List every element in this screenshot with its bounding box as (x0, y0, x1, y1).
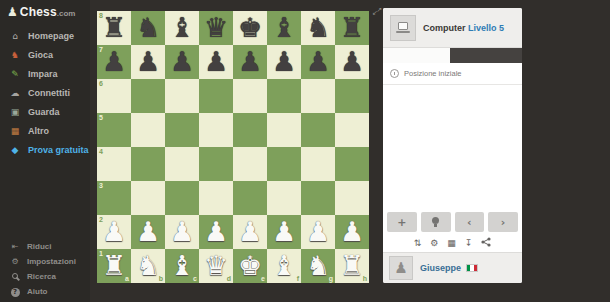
square-g5[interactable] (301, 113, 335, 147)
square-d3[interactable] (199, 181, 233, 215)
white-pawn[interactable]: ♟ (97, 215, 131, 249)
flip-board-icon[interactable]: ⇅ (414, 238, 422, 248)
black-pawn[interactable]: ♟ (233, 45, 267, 79)
square-b5[interactable] (131, 113, 165, 147)
square-f5[interactable] (267, 113, 301, 147)
sidebar-item-aiuto[interactable]: ?Aiuto (0, 284, 90, 299)
square-c5[interactable] (165, 113, 199, 147)
square-d2[interactable]: ♟ (199, 215, 233, 249)
sidebar-item-homepage-icon: ⌂ (8, 31, 22, 41)
black-pawn[interactable]: ♟ (267, 45, 301, 79)
sidebar-item-ricerca[interactable]: Ricerca (0, 269, 90, 284)
square-d7[interactable]: ♟ (199, 45, 233, 79)
black-knight[interactable]: ♞ (131, 11, 165, 45)
share-icon[interactable] (481, 237, 491, 249)
opponent-level-link[interactable]: Livello 5 (468, 23, 504, 33)
square-g2[interactable]: ♟ (301, 215, 335, 249)
square-a4[interactable]: 4 (97, 147, 131, 181)
black-queen[interactable]: ♛ (199, 11, 233, 45)
square-d5[interactable] (199, 113, 233, 147)
collapse-icon: ⇤ (9, 242, 21, 251)
chesscom-logo[interactable]: ♟ Chess .com (0, 0, 90, 23)
square-a2[interactable]: 2♟ (97, 215, 131, 249)
black-pawn[interactable]: ♟ (335, 45, 369, 79)
black-rook[interactable]: ♜ (335, 11, 369, 45)
square-b6[interactable] (131, 79, 165, 113)
logo-tld-text: .com (57, 9, 76, 18)
square-f4[interactable] (267, 147, 301, 181)
opponent-name: Computer (423, 23, 466, 33)
square-f6[interactable] (267, 79, 301, 113)
player-row: ♟ Giuseppe (383, 252, 522, 283)
chess-board: 8♜♞♝♛♚♝♞♜7♟♟♟♟♟♟♟♟65432♟♟♟♟♟♟♟♟1a♜b♞c♝d♛… (97, 11, 369, 283)
sidebar-item-label: Impostazioni (27, 257, 76, 266)
gear-icon: ⚙ (9, 257, 21, 266)
white-pawn[interactable]: ♟ (131, 215, 165, 249)
sidebar-item-altro[interactable]: ▦Altro (0, 121, 90, 140)
square-c3[interactable] (165, 181, 199, 215)
computer-avatar[interactable] (390, 15, 416, 41)
square-b2[interactable]: ♟ (131, 215, 165, 249)
white-pawn[interactable]: ♟ (165, 215, 199, 249)
square-g7[interactable]: ♟ (301, 45, 335, 79)
sidebar-item-altro-icon: ▦ (8, 126, 22, 136)
square-d8[interactable]: ♛ (199, 11, 233, 45)
black-king[interactable]: ♚ (233, 11, 267, 45)
panel-divider-strip (383, 48, 522, 63)
black-pawn[interactable]: ♟ (97, 45, 131, 79)
move-list[interactable] (383, 85, 522, 210)
lightbulb-icon (432, 217, 439, 227)
opponent-row: Computer Livello 5 (383, 8, 522, 48)
sidebar-item-label: Ricerca (27, 272, 56, 281)
start-position-icon (390, 69, 399, 78)
square-f7[interactable]: ♟ (267, 45, 301, 79)
square-h5[interactable] (335, 113, 369, 147)
square-g3[interactable] (301, 181, 335, 215)
expand-board-icon[interactable]: ↗ ↙ (372, 7, 382, 17)
square-c1[interactable]: c♝ (165, 249, 199, 283)
black-bishop[interactable]: ♝ (165, 11, 199, 45)
square-e5[interactable] (233, 113, 267, 147)
black-pawn[interactable]: ♟ (301, 45, 335, 79)
square-g8[interactable]: ♞ (301, 11, 335, 45)
square-a1[interactable]: 1a♜ (97, 249, 131, 283)
square-h3[interactable] (335, 181, 369, 215)
square-b8[interactable]: ♞ (131, 11, 165, 45)
new-game-button[interactable]: + (387, 212, 417, 232)
pawn-avatar-icon: ♟ (394, 261, 407, 276)
white-pawn[interactable]: ♟ (267, 215, 301, 249)
square-h6[interactable] (335, 79, 369, 113)
moves-header: Posizione iniziale (383, 63, 522, 85)
square-c6[interactable] (165, 79, 199, 113)
settings-icon[interactable]: ⚙ (430, 238, 438, 248)
back-button[interactable]: ‹ (455, 212, 485, 232)
square-f8[interactable]: ♝ (267, 11, 301, 45)
sidebar-nav: ⌂Homepage♞Gioca✎Impara☁Connettiti▣Guarda… (0, 26, 90, 159)
sidebar-item-label: Connettiti (28, 88, 70, 98)
rank-label: 3 (99, 182, 103, 189)
square-f1[interactable]: f♝ (267, 249, 301, 283)
square-e4[interactable] (233, 147, 267, 181)
white-pawn[interactable]: ♟ (199, 215, 233, 249)
sidebar-item-homepage[interactable]: ⌂Homepage (0, 26, 90, 45)
player-avatar[interactable]: ♟ (389, 256, 413, 280)
player-name-link[interactable]: Giuseppe (420, 263, 461, 273)
white-pawn[interactable]: ♟ (335, 215, 369, 249)
rank-label: 6 (99, 80, 103, 87)
question-icon: ? (9, 287, 21, 297)
game-controls: + ‹ › ⇅ ⚙ ▦ ↧ (383, 210, 522, 252)
black-pawn[interactable]: ♟ (199, 45, 233, 79)
square-e3[interactable] (233, 181, 267, 215)
white-queen[interactable]: ♛ (199, 249, 233, 283)
square-d6[interactable] (199, 79, 233, 113)
black-pawn[interactable]: ♟ (131, 45, 165, 79)
sidebar-item-label: Riduci (27, 242, 51, 251)
analysis-board-icon[interactable]: ▦ (447, 238, 456, 248)
square-h8[interactable]: ♜ (335, 11, 369, 45)
white-pawn[interactable]: ♟ (301, 215, 335, 249)
sidebar: ♟ Chess .com ⌂Homepage♞Gioca✎Impara☁Conn… (0, 0, 90, 302)
square-f2[interactable]: ♟ (267, 215, 301, 249)
sidebar-item-impostazioni[interactable]: ⚙Impostazioni (0, 254, 90, 269)
square-a6[interactable]: 6 (97, 79, 131, 113)
square-e8[interactable]: ♚ (233, 11, 267, 45)
sidebar-item-gioca-icon: ♞ (8, 50, 22, 60)
moves-header-label: Posizione iniziale (404, 69, 462, 78)
square-e7[interactable]: ♟ (233, 45, 267, 79)
square-h4[interactable] (335, 147, 369, 181)
italy-flag-icon (466, 264, 478, 272)
black-knight[interactable]: ♞ (301, 11, 335, 45)
sidebar-item-impara[interactable]: ✎Impara (0, 64, 90, 83)
rank-label: 4 (99, 148, 103, 155)
square-a5[interactable]: 5 (97, 113, 131, 147)
sidebar-item-prova-gratuita-icon: ◆ (8, 145, 22, 155)
square-h2[interactable]: ♟ (335, 215, 369, 249)
square-g1[interactable]: g♞ (301, 249, 335, 283)
square-e2[interactable]: ♟ (233, 215, 267, 249)
square-h7[interactable]: ♟ (335, 45, 369, 79)
sidebar-item-label: Prova gratuita (28, 145, 89, 155)
white-knight[interactable]: ♞ (131, 249, 165, 283)
sidebar-item-impara-icon: ✎ (8, 69, 22, 79)
square-b7[interactable]: ♟ (131, 45, 165, 79)
white-knight[interactable]: ♞ (301, 249, 335, 283)
forward-button[interactable]: › (488, 212, 518, 232)
laptop-icon (396, 22, 410, 33)
game-panel: Computer Livello 5 Posizione iniziale + … (383, 8, 522, 283)
black-pawn[interactable]: ♟ (165, 45, 199, 79)
white-bishop[interactable]: ♝ (267, 249, 301, 283)
square-e1[interactable]: e♚ (233, 249, 267, 283)
sidebar-item-connettiti-icon: ☁ (8, 88, 22, 98)
square-c4[interactable] (165, 147, 199, 181)
arrow-sw-icon: ↙ (372, 10, 378, 17)
square-g4[interactable] (301, 147, 335, 181)
sidebar-item-prova-gratuita[interactable]: ◆Prova gratuita (0, 140, 90, 159)
hint-button[interactable] (421, 212, 451, 232)
sidebar-item-guarda[interactable]: ▣Guarda (0, 102, 90, 121)
white-pawn[interactable]: ♟ (233, 215, 267, 249)
black-rook[interactable]: ♜ (97, 11, 131, 45)
square-f3[interactable] (267, 181, 301, 215)
sidebar-item-label: Guarda (28, 107, 60, 117)
rank-label: 5 (99, 114, 103, 121)
sidebar-item-label: Aiuto (27, 287, 47, 296)
sidebar-item-guarda-icon: ▣ (8, 107, 22, 117)
sidebar-item-connettiti[interactable]: ☁Connettiti (0, 83, 90, 102)
sidebar-item-gioca[interactable]: ♞Gioca (0, 45, 90, 64)
sidebar-item-label: Gioca (28, 50, 53, 60)
square-a7[interactable]: 7♟ (97, 45, 131, 79)
app-window: ♟ Chess .com ⌂Homepage♞Gioca✎Impara☁Conn… (0, 0, 610, 302)
square-d4[interactable] (199, 147, 233, 181)
white-king[interactable]: ♚ (233, 249, 267, 283)
square-h1[interactable]: h♜ (335, 249, 369, 283)
logo-pawn-icon: ♟ (7, 6, 18, 18)
download-icon[interactable]: ↧ (465, 238, 473, 248)
sidebar-item-label: Altro (28, 126, 49, 136)
square-b3[interactable] (131, 181, 165, 215)
square-c2[interactable]: ♟ (165, 215, 199, 249)
magnifier-icon (9, 272, 21, 281)
sidebar-footer: ⇤Riduci⚙ImpostazioniRicerca?Aiuto (0, 239, 90, 299)
square-g6[interactable] (301, 79, 335, 113)
sidebar-item-riduci[interactable]: ⇤Riduci (0, 239, 90, 254)
white-rook[interactable]: ♜ (97, 249, 131, 283)
black-bishop[interactable]: ♝ (267, 11, 301, 45)
square-c8[interactable]: ♝ (165, 11, 199, 45)
white-bishop[interactable]: ♝ (165, 249, 199, 283)
logo-brand-text: Chess (20, 5, 57, 19)
square-b1[interactable]: b♞ (131, 249, 165, 283)
square-c7[interactable]: ♟ (165, 45, 199, 79)
square-a3[interactable]: 3 (97, 181, 131, 215)
square-b4[interactable] (131, 147, 165, 181)
sidebar-item-label: Impara (28, 69, 58, 79)
sidebar-item-label: Homepage (28, 31, 74, 41)
square-a8[interactable]: 8♜ (97, 11, 131, 45)
square-e6[interactable] (233, 79, 267, 113)
square-d1[interactable]: d♛ (199, 249, 233, 283)
white-rook[interactable]: ♜ (335, 249, 369, 283)
